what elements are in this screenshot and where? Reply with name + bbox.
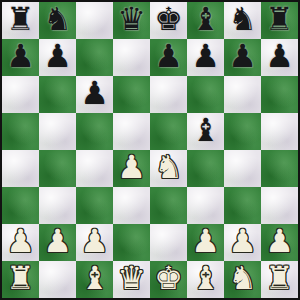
square-c8[interactable] [76,2,113,39]
square-c3[interactable] [76,187,113,224]
white-queen[interactable]: ♛ [117,261,146,297]
square-h1[interactable]: ♜ [261,261,298,298]
square-h2[interactable]: ♟ [261,224,298,261]
square-b6[interactable] [39,76,76,113]
black-pawn[interactable]: ♟ [43,39,72,75]
square-d5[interactable] [113,113,150,150]
white-bishop[interactable]: ♝ [191,261,220,297]
white-knight[interactable]: ♞ [154,150,183,186]
square-a6[interactable] [2,76,39,113]
square-f1[interactable]: ♝ [187,261,224,298]
square-b2[interactable]: ♟ [39,224,76,261]
square-d3[interactable] [113,187,150,224]
square-b3[interactable] [39,187,76,224]
square-b4[interactable] [39,150,76,187]
chess-board-frame: ♜♞♛♚♝♞♜♟♟♟♟♟♟♟♝♟♞♟♟♟♟♟♟♜♝♛♚♝♞♜ [0,0,300,300]
white-pawn[interactable]: ♟ [265,224,294,260]
square-f3[interactable] [187,187,224,224]
square-g4[interactable] [224,150,261,187]
white-knight[interactable]: ♞ [228,261,257,297]
black-bishop[interactable]: ♝ [191,113,220,149]
square-b8[interactable]: ♞ [39,2,76,39]
square-e2[interactable] [150,224,187,261]
square-g6[interactable] [224,76,261,113]
square-a5[interactable] [2,113,39,150]
square-b1[interactable] [39,261,76,298]
square-f2[interactable]: ♟ [187,224,224,261]
square-c2[interactable]: ♟ [76,224,113,261]
square-e7[interactable]: ♟ [150,39,187,76]
black-pawn[interactable]: ♟ [191,39,220,75]
black-knight[interactable]: ♞ [228,2,257,38]
square-h4[interactable] [261,150,298,187]
square-e6[interactable] [150,76,187,113]
square-g3[interactable] [224,187,261,224]
white-rook[interactable]: ♜ [6,261,35,297]
square-e1[interactable]: ♚ [150,261,187,298]
white-pawn[interactable]: ♟ [228,224,257,260]
square-b5[interactable] [39,113,76,150]
square-h8[interactable]: ♜ [261,2,298,39]
square-d8[interactable]: ♛ [113,2,150,39]
black-bishop[interactable]: ♝ [191,2,220,38]
square-a3[interactable] [2,187,39,224]
square-a1[interactable]: ♜ [2,261,39,298]
square-d2[interactable] [113,224,150,261]
square-c6[interactable]: ♟ [76,76,113,113]
square-d7[interactable] [113,39,150,76]
square-d1[interactable]: ♛ [113,261,150,298]
black-pawn[interactable]: ♟ [6,39,35,75]
square-c5[interactable] [76,113,113,150]
white-pawn[interactable]: ♟ [43,224,72,260]
square-a7[interactable]: ♟ [2,39,39,76]
square-c1[interactable]: ♝ [76,261,113,298]
white-pawn[interactable]: ♟ [117,150,146,186]
square-g2[interactable]: ♟ [224,224,261,261]
white-pawn[interactable]: ♟ [80,224,109,260]
square-g8[interactable]: ♞ [224,2,261,39]
black-pawn[interactable]: ♟ [228,39,257,75]
square-d4[interactable]: ♟ [113,150,150,187]
square-f8[interactable]: ♝ [187,2,224,39]
square-c4[interactable] [76,150,113,187]
black-knight[interactable]: ♞ [43,2,72,38]
square-f4[interactable] [187,150,224,187]
square-a8[interactable]: ♜ [2,2,39,39]
black-rook[interactable]: ♜ [265,2,294,38]
square-e5[interactable] [150,113,187,150]
white-pawn[interactable]: ♟ [191,224,220,260]
square-a2[interactable]: ♟ [2,224,39,261]
square-h5[interactable] [261,113,298,150]
square-g1[interactable]: ♞ [224,261,261,298]
square-f5[interactable]: ♝ [187,113,224,150]
square-e4[interactable]: ♞ [150,150,187,187]
square-g7[interactable]: ♟ [224,39,261,76]
square-e3[interactable] [150,187,187,224]
black-pawn[interactable]: ♟ [154,39,183,75]
chess-board: ♜♞♛♚♝♞♜♟♟♟♟♟♟♟♝♟♞♟♟♟♟♟♟♜♝♛♚♝♞♜ [2,2,298,298]
square-h7[interactable]: ♟ [261,39,298,76]
square-f7[interactable]: ♟ [187,39,224,76]
square-h3[interactable] [261,187,298,224]
square-c7[interactable] [76,39,113,76]
black-king[interactable]: ♚ [154,2,183,38]
white-bishop[interactable]: ♝ [80,261,109,297]
black-pawn[interactable]: ♟ [80,76,109,112]
square-b7[interactable]: ♟ [39,39,76,76]
white-pawn[interactable]: ♟ [6,224,35,260]
white-rook[interactable]: ♜ [265,261,294,297]
black-queen[interactable]: ♛ [117,2,146,38]
black-rook[interactable]: ♜ [6,2,35,38]
square-a4[interactable] [2,150,39,187]
square-d6[interactable] [113,76,150,113]
white-king[interactable]: ♚ [154,261,183,297]
square-e8[interactable]: ♚ [150,2,187,39]
square-g5[interactable] [224,113,261,150]
square-f6[interactable] [187,76,224,113]
black-pawn[interactable]: ♟ [265,39,294,75]
square-h6[interactable] [261,76,298,113]
